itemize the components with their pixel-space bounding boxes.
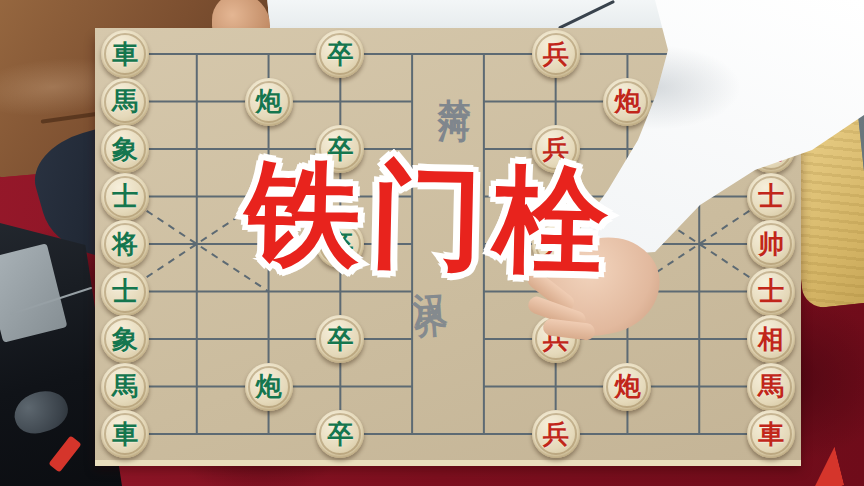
piece-red-soldier[interactable]: 兵 bbox=[532, 30, 580, 78]
piece-green-soldier[interactable]: 卒 bbox=[316, 410, 364, 458]
piece-red-chariot[interactable]: 車 bbox=[747, 30, 795, 78]
piece-green-cannon[interactable]: 炮 bbox=[245, 78, 293, 126]
piece-red-cannon[interactable]: 炮 bbox=[603, 363, 651, 411]
piece-green-elephant[interactable]: 象 bbox=[101, 125, 149, 173]
river-label-chu-he: 楚河 bbox=[431, 72, 476, 96]
piece-red-horse[interactable]: 馬 bbox=[747, 363, 795, 411]
piece-green-chariot[interactable]: 車 bbox=[101, 410, 149, 458]
piece-green-elephant[interactable]: 象 bbox=[101, 315, 149, 363]
piece-red-horse[interactable]: 馬 bbox=[747, 78, 795, 126]
piece-green-soldier[interactable]: 卒 bbox=[316, 30, 364, 78]
title-overlay: 铁门栓 bbox=[245, 156, 619, 278]
piece-red-cannon[interactable]: 炮 bbox=[603, 78, 651, 126]
piece-green-soldier[interactable]: 卒 bbox=[316, 315, 364, 363]
piece-green-cannon[interactable]: 炮 bbox=[245, 363, 293, 411]
piece-red-chariot[interactable]: 車 bbox=[747, 410, 795, 458]
piece-red-elephant[interactable]: 相 bbox=[747, 315, 795, 363]
piece-red-advisor[interactable]: 士 bbox=[747, 268, 795, 316]
piece-green-advisor[interactable]: 士 bbox=[101, 173, 149, 221]
piece-green-horse[interactable]: 馬 bbox=[101, 363, 149, 411]
video-frame: 楚河 汉界 車馬象士将士象馬車炮炮卒卒卒卒卒兵兵兵兵兵炮炮車馬相士帅士相馬車 铁… bbox=[0, 0, 864, 486]
piece-green-general[interactable]: 将 bbox=[101, 220, 149, 268]
piece-green-advisor[interactable]: 士 bbox=[101, 268, 149, 316]
piece-green-horse[interactable]: 馬 bbox=[101, 78, 149, 126]
piece-red-soldier[interactable]: 兵 bbox=[532, 410, 580, 458]
piece-red-general[interactable]: 帅 bbox=[747, 220, 795, 268]
piece-green-chariot[interactable]: 車 bbox=[101, 30, 149, 78]
piece-red-advisor[interactable]: 士 bbox=[747, 173, 795, 221]
piece-red-elephant[interactable]: 相 bbox=[747, 125, 795, 173]
